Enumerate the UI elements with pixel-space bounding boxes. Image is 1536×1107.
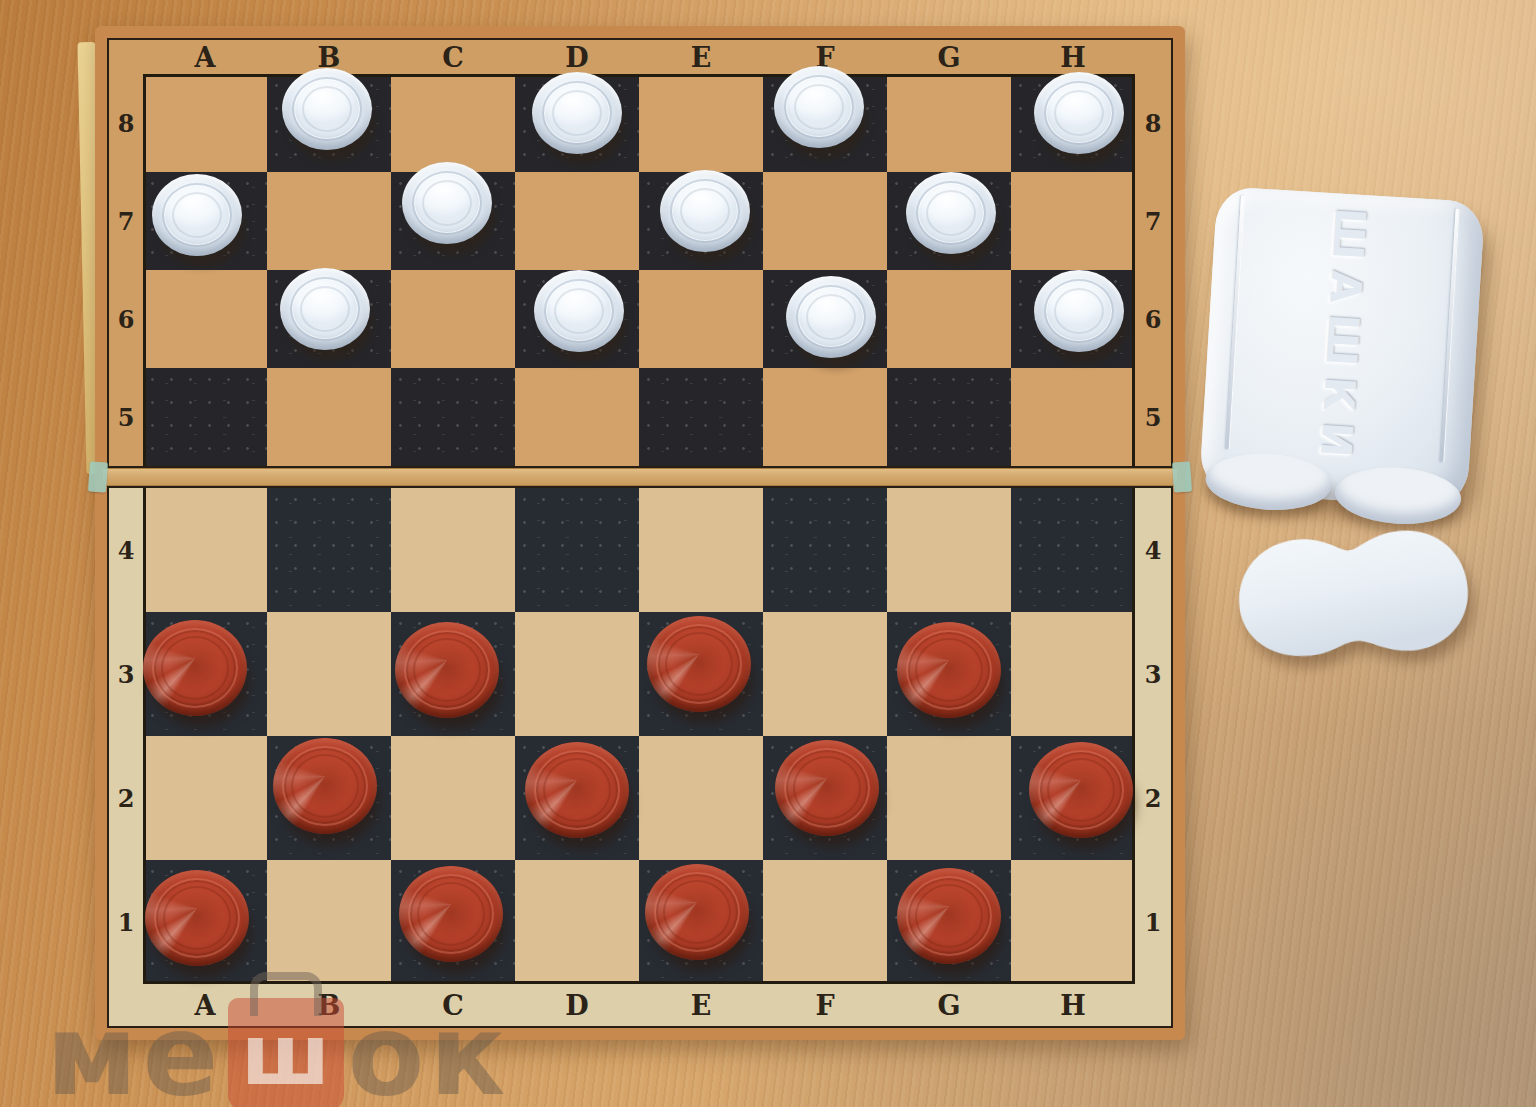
square-c3[interactable] bbox=[391, 612, 515, 736]
checker-white-h8[interactable] bbox=[1034, 72, 1124, 154]
square-h2[interactable] bbox=[1011, 736, 1135, 860]
checker-red-e1[interactable] bbox=[645, 864, 749, 960]
file-label-top-a: A bbox=[143, 40, 267, 74]
rank-label-right-5: 5 bbox=[1135, 368, 1171, 466]
checker-white-f8[interactable] bbox=[774, 66, 864, 148]
square-c2[interactable] bbox=[391, 736, 515, 860]
square-a1[interactable] bbox=[143, 860, 267, 984]
square-a7[interactable] bbox=[143, 172, 267, 270]
square-h8[interactable] bbox=[1011, 74, 1135, 172]
square-b6[interactable] bbox=[267, 270, 391, 368]
rank-label-right-2: 2 bbox=[1135, 736, 1171, 860]
file-label-bottom-d: D bbox=[515, 984, 639, 1026]
hinge-tape-right bbox=[1172, 461, 1192, 492]
square-d5[interactable] bbox=[515, 368, 639, 466]
square-g1[interactable] bbox=[887, 860, 1011, 984]
checker-white-a7[interactable] bbox=[152, 174, 242, 256]
rank-label-left-5: 5 bbox=[109, 368, 143, 466]
square-f5[interactable] bbox=[763, 368, 887, 466]
square-c5[interactable] bbox=[391, 368, 515, 466]
container-lid[interactable] bbox=[1218, 505, 1484, 670]
rank-label-left-6: 6 bbox=[109, 270, 143, 368]
square-h6[interactable] bbox=[1011, 270, 1135, 368]
square-f3[interactable] bbox=[763, 612, 887, 736]
square-g4[interactable] bbox=[887, 488, 1011, 612]
square-e5[interactable] bbox=[639, 368, 763, 466]
file-label-bottom-g: G bbox=[887, 984, 1011, 1026]
pieces-container[interactable]: ШАШКИ bbox=[1199, 186, 1485, 508]
square-g2[interactable] bbox=[887, 736, 1011, 860]
square-f2[interactable] bbox=[763, 736, 887, 860]
square-c1[interactable] bbox=[391, 860, 515, 984]
checkers-board: ABCDEFGH88776655 44332211ABCDEFGH bbox=[95, 26, 1185, 1040]
square-f8[interactable] bbox=[763, 74, 887, 172]
rank-label-left-3: 3 bbox=[109, 612, 143, 736]
checker-white-b6[interactable] bbox=[280, 268, 370, 350]
square-h7[interactable] bbox=[1011, 172, 1135, 270]
square-f4[interactable] bbox=[763, 488, 887, 612]
square-c4[interactable] bbox=[391, 488, 515, 612]
checker-red-g3[interactable] bbox=[897, 622, 1001, 718]
square-b5[interactable] bbox=[267, 368, 391, 466]
square-e4[interactable] bbox=[639, 488, 763, 612]
square-b8[interactable] bbox=[267, 74, 391, 172]
checker-white-b8[interactable] bbox=[282, 68, 372, 150]
watermark-text-left: ме bbox=[46, 999, 224, 1107]
square-h4[interactable] bbox=[1011, 488, 1135, 612]
checker-white-h6[interactable] bbox=[1034, 270, 1124, 352]
checker-red-b2[interactable] bbox=[273, 738, 377, 834]
corner-spacer bbox=[1135, 40, 1171, 74]
square-f7[interactable] bbox=[763, 172, 887, 270]
square-a8[interactable] bbox=[143, 74, 267, 172]
square-e3[interactable] bbox=[639, 612, 763, 736]
rank-label-left-1: 1 bbox=[109, 860, 143, 984]
corner-spacer bbox=[109, 40, 143, 74]
rank-label-left-8: 8 bbox=[109, 74, 143, 172]
square-d3[interactable] bbox=[515, 612, 639, 736]
rank-label-left-4: 4 bbox=[109, 488, 143, 612]
checker-red-c1[interactable] bbox=[399, 866, 503, 962]
square-a5[interactable] bbox=[143, 368, 267, 466]
checker-red-d2[interactable] bbox=[525, 742, 629, 838]
container-embossed-text: ШАШКИ bbox=[1310, 206, 1375, 469]
checker-white-d8[interactable] bbox=[532, 72, 622, 154]
square-h3[interactable] bbox=[1011, 612, 1135, 736]
watermark-text-right: ок bbox=[348, 999, 511, 1107]
rank-label-right-1: 1 bbox=[1135, 860, 1171, 984]
checker-red-c3[interactable] bbox=[395, 622, 499, 718]
square-a2[interactable] bbox=[143, 736, 267, 860]
square-e1[interactable] bbox=[639, 860, 763, 984]
square-d7[interactable] bbox=[515, 172, 639, 270]
square-b7[interactable] bbox=[267, 172, 391, 270]
square-e8[interactable] bbox=[639, 74, 763, 172]
square-f1[interactable] bbox=[763, 860, 887, 984]
file-label-top-e: E bbox=[639, 40, 763, 74]
watermark: ме ш ок bbox=[46, 998, 510, 1107]
lid-shape bbox=[1236, 528, 1471, 660]
square-d6[interactable] bbox=[515, 270, 639, 368]
checker-white-g7[interactable] bbox=[906, 172, 996, 254]
square-h1[interactable] bbox=[1011, 860, 1135, 984]
checker-white-f6[interactable] bbox=[786, 276, 876, 358]
checker-red-a3[interactable] bbox=[143, 620, 247, 716]
checker-white-d6[interactable] bbox=[534, 270, 624, 352]
file-label-top-h: H bbox=[1011, 40, 1135, 74]
file-label-top-d: D bbox=[515, 40, 639, 74]
square-g5[interactable] bbox=[887, 368, 1011, 466]
square-a3[interactable] bbox=[143, 612, 267, 736]
square-d1[interactable] bbox=[515, 860, 639, 984]
square-c8[interactable] bbox=[391, 74, 515, 172]
square-g3[interactable] bbox=[887, 612, 1011, 736]
board-bottom-half: 44332211ABCDEFGH bbox=[107, 486, 1173, 1028]
rank-label-right-7: 7 bbox=[1135, 172, 1171, 270]
file-label-top-g: G bbox=[887, 40, 1011, 74]
board-top-half: ABCDEFGH88776655 bbox=[107, 38, 1173, 468]
square-b1[interactable] bbox=[267, 860, 391, 984]
checker-red-e3[interactable] bbox=[647, 616, 751, 712]
rank-label-right-3: 3 bbox=[1135, 612, 1171, 736]
checker-white-c7[interactable] bbox=[402, 162, 492, 244]
hinge-tape-left bbox=[88, 461, 108, 492]
square-b3[interactable] bbox=[267, 612, 391, 736]
square-h5[interactable] bbox=[1011, 368, 1135, 466]
checker-red-h2[interactable] bbox=[1029, 742, 1133, 838]
checker-red-g1[interactable] bbox=[897, 868, 1001, 964]
corner-spacer bbox=[1135, 984, 1171, 1026]
square-a6[interactable] bbox=[143, 270, 267, 368]
square-e6[interactable] bbox=[639, 270, 763, 368]
square-c7[interactable] bbox=[391, 172, 515, 270]
file-label-bottom-f: F bbox=[763, 984, 887, 1026]
watermark-bag-letter: ш bbox=[241, 1013, 330, 1097]
rank-label-left-7: 7 bbox=[109, 172, 143, 270]
fold-hinge bbox=[103, 468, 1177, 486]
file-label-top-c: C bbox=[391, 40, 515, 74]
checker-red-a1[interactable] bbox=[145, 870, 249, 966]
square-d4[interactable] bbox=[515, 488, 639, 612]
square-a4[interactable] bbox=[143, 488, 267, 612]
rank-label-left-2: 2 bbox=[109, 736, 143, 860]
file-label-bottom-e: E bbox=[639, 984, 763, 1026]
square-e2[interactable] bbox=[639, 736, 763, 860]
square-c6[interactable] bbox=[391, 270, 515, 368]
square-d2[interactable] bbox=[515, 736, 639, 860]
file-label-bottom-h: H bbox=[1011, 984, 1135, 1026]
watermark-bag-icon: ш bbox=[228, 998, 344, 1107]
square-d8[interactable] bbox=[515, 74, 639, 172]
square-g6[interactable] bbox=[887, 270, 1011, 368]
square-f6[interactable] bbox=[763, 270, 887, 368]
square-b4[interactable] bbox=[267, 488, 391, 612]
rank-label-right-6: 6 bbox=[1135, 270, 1171, 368]
checker-red-f2[interactable] bbox=[775, 740, 879, 836]
square-b2[interactable] bbox=[267, 736, 391, 860]
square-g8[interactable] bbox=[887, 74, 1011, 172]
square-e7[interactable] bbox=[639, 172, 763, 270]
square-g7[interactable] bbox=[887, 172, 1011, 270]
checker-white-e7[interactable] bbox=[660, 170, 750, 252]
rank-label-right-8: 8 bbox=[1135, 74, 1171, 172]
rank-label-right-4: 4 bbox=[1135, 488, 1171, 612]
